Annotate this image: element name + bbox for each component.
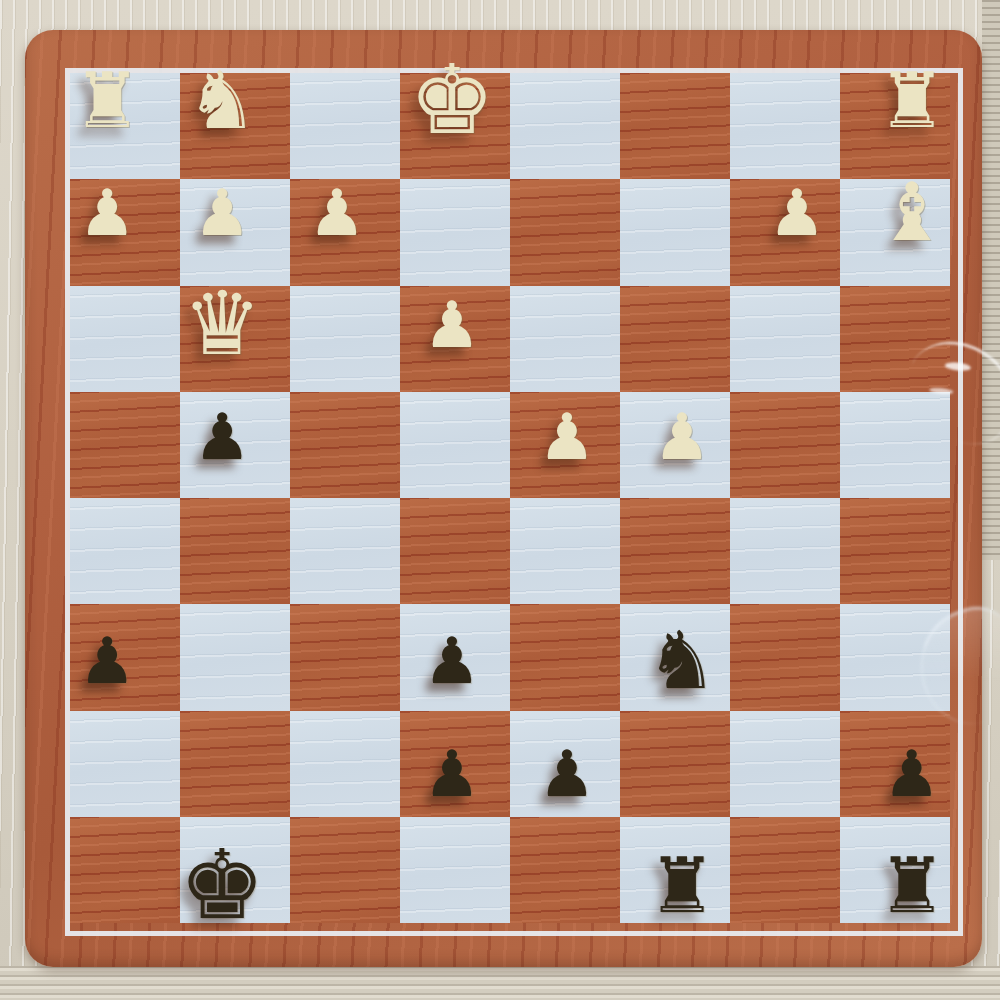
square-c7[interactable] <box>620 711 730 817</box>
white-pawn-h2[interactable]: ♟ <box>78 182 135 246</box>
square-b4[interactable] <box>730 392 840 498</box>
square-b3[interactable] <box>730 286 840 392</box>
white-pawn-b2[interactable]: ♟ <box>768 182 825 246</box>
square-f1[interactable] <box>290 73 400 179</box>
square-f7[interactable] <box>290 711 400 817</box>
square-d5[interactable] <box>510 498 620 604</box>
table-plank-grain <box>0 966 1000 1000</box>
white-queen-g3[interactable]: ♛ <box>183 281 262 369</box>
square-e5[interactable] <box>400 498 510 604</box>
square-h4[interactable] <box>70 392 180 498</box>
square-g5[interactable] <box>180 498 290 604</box>
square-e8[interactable] <box>400 817 510 923</box>
black-pawn-d7[interactable]: ♟ <box>538 742 595 806</box>
square-g6[interactable] <box>180 604 290 710</box>
square-d8[interactable] <box>510 817 620 923</box>
black-pawn-e6[interactable]: ♟ <box>423 630 480 694</box>
square-a6[interactable] <box>840 604 950 710</box>
square-c1[interactable] <box>620 73 730 179</box>
black-king-g8[interactable]: ♚ <box>179 837 265 933</box>
black-pawn-g4[interactable]: ♟ <box>193 406 250 470</box>
white-king-e1[interactable]: ♚ <box>409 52 495 148</box>
square-b5[interactable] <box>730 498 840 604</box>
square-h5[interactable] <box>70 498 180 604</box>
black-pawn-e7[interactable]: ♟ <box>423 742 480 806</box>
white-pawn-e3[interactable]: ♟ <box>423 294 480 358</box>
square-f3[interactable] <box>290 286 400 392</box>
table-surface: ♜♞♚♜♟♟♟♟♝♛♟♟♟♟♟♟♞♟♟♟♚♜♜ <box>0 0 1000 1000</box>
square-e4[interactable] <box>400 392 510 498</box>
square-e2[interactable] <box>400 179 510 285</box>
square-c2[interactable] <box>620 179 730 285</box>
square-g7[interactable] <box>180 711 290 817</box>
white-knight-g1[interactable]: ♞ <box>186 61 258 141</box>
square-a3[interactable] <box>840 286 950 392</box>
black-rook-c8[interactable]: ♜ <box>648 848 716 924</box>
square-c3[interactable] <box>620 286 730 392</box>
square-f5[interactable] <box>290 498 400 604</box>
square-d2[interactable] <box>510 179 620 285</box>
square-h8[interactable] <box>70 817 180 923</box>
black-rook-a8[interactable]: ♜ <box>878 848 946 924</box>
square-h7[interactable] <box>70 711 180 817</box>
square-f6[interactable] <box>290 604 400 710</box>
square-d6[interactable] <box>510 604 620 710</box>
square-b1[interactable] <box>730 73 840 179</box>
square-b8[interactable] <box>730 817 840 923</box>
board-grid: ♜♞♚♜♟♟♟♟♝♛♟♟♟♟♟♟♞♟♟♟♚♜♜ <box>70 73 950 923</box>
white-rook-h1[interactable]: ♜ <box>73 63 141 139</box>
white-bishop-a2[interactable]: ♝ <box>876 173 948 253</box>
square-b6[interactable] <box>730 604 840 710</box>
square-f4[interactable] <box>290 392 400 498</box>
white-pawn-c4[interactable]: ♟ <box>653 406 710 470</box>
white-pawn-g2[interactable]: ♟ <box>193 182 250 246</box>
square-c5[interactable] <box>620 498 730 604</box>
white-rook-a1[interactable]: ♜ <box>878 63 946 139</box>
square-f8[interactable] <box>290 817 400 923</box>
white-pawn-d4[interactable]: ♟ <box>538 406 595 470</box>
black-pawn-a7[interactable]: ♟ <box>883 742 940 806</box>
square-h3[interactable] <box>70 286 180 392</box>
square-a4[interactable] <box>840 392 950 498</box>
square-b7[interactable] <box>730 711 840 817</box>
square-d1[interactable] <box>510 73 620 179</box>
square-d3[interactable] <box>510 286 620 392</box>
white-pawn-f2[interactable]: ♟ <box>308 182 365 246</box>
black-pawn-h6[interactable]: ♟ <box>78 630 135 694</box>
chess-board: ♜♞♚♜♟♟♟♟♝♛♟♟♟♟♟♟♞♟♟♟♚♜♜ <box>25 30 982 967</box>
table-edge-grain <box>982 0 1000 560</box>
square-a5[interactable] <box>840 498 950 604</box>
black-knight-c6[interactable]: ♞ <box>646 621 718 701</box>
